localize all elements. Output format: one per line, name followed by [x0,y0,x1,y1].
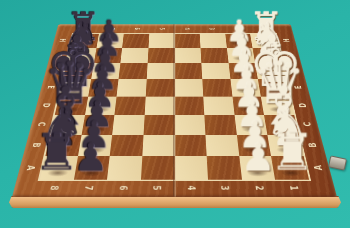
square-d5[interactable] [145,96,175,115]
rank-label-top-5: 5 [156,26,168,32]
rank-label-bottom-5: 5 [149,182,165,194]
square-f5[interactable] [147,63,175,79]
square-e4[interactable] [175,79,204,96]
rank-label-bottom-6: 6 [115,182,132,194]
chess-photo-scene: HGFEDCBAHGFEDCBA8765432187654321♜♟♟♜♞♟♟♞… [0,0,350,228]
fold-seam [173,24,176,197]
square-h5[interactable] [148,34,174,48]
square-e5[interactable] [146,79,175,96]
square-c4[interactable] [175,115,206,135]
rank-label-bottom-7: 7 [80,182,97,194]
square-b5[interactable] [142,135,174,157]
rank-label-bottom-2: 2 [251,182,268,194]
square-g4[interactable] [175,48,202,63]
square-a5[interactable] [141,156,175,179]
rank-label-bottom-1: 1 [285,182,303,194]
rank-label-bottom-8: 8 [46,182,64,194]
chess-board: HGFEDCBAHGFEDCBA8765432187654321♜♟♟♜♞♟♟♞… [12,24,337,197]
white-rook-a1[interactable]: ♜ [257,126,327,176]
board-side-edge [9,196,341,208]
square-d4[interactable] [175,96,205,115]
rank-label-top-4: 4 [181,26,193,32]
rank-label-bottom-3: 3 [217,182,234,194]
square-g5[interactable] [148,48,175,63]
rank-label-bottom-4: 4 [184,182,200,194]
square-f4[interactable] [175,63,203,79]
square-b4[interactable] [175,135,207,157]
square-h4[interactable] [175,34,201,48]
square-c5[interactable] [143,115,174,135]
square-a4[interactable] [175,156,209,179]
clasp-icon[interactable] [328,155,347,170]
black-rook-a8[interactable]: ♜ [22,126,92,176]
